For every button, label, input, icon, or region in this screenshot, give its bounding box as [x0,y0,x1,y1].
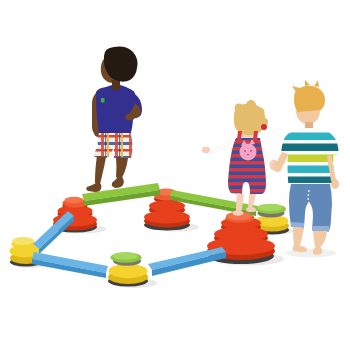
boy-jeans-stitching [308,190,309,220]
child-left-head [101,47,138,90]
beam-bottom-left [32,252,108,278]
boy-jeans [289,184,332,232]
girl-hair-bow [261,124,267,130]
child-left-plaid-shorts [94,133,132,158]
girl-hair [234,100,268,135]
product-photo [0,0,350,350]
dome-bottom-middle [108,252,148,286]
child-left-shirt-logo [101,98,105,103]
child-left [86,47,142,192]
boy-hair [292,80,325,112]
child-left-neck [112,80,120,90]
beam-bottom-right [148,247,226,276]
child-left-legs [86,156,128,192]
balance-course [10,183,290,287]
scene-illustration [0,0,350,350]
